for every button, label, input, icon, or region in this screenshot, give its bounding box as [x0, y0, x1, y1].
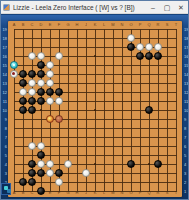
stone-black — [37, 169, 45, 177]
coord-label: 10 — [183, 106, 189, 115]
stone-black — [37, 70, 45, 78]
hoshi-point — [148, 163, 151, 166]
stone-black — [28, 97, 36, 105]
coord-label: 1 — [183, 187, 189, 196]
coord-label: P — [136, 190, 145, 195]
coord-label: J — [82, 190, 91, 195]
stone-black — [37, 97, 45, 105]
stone-white — [46, 79, 54, 87]
stone-white — [37, 160, 45, 168]
stone-white — [145, 43, 153, 51]
stone-white — [55, 97, 63, 105]
stone-white — [64, 160, 72, 168]
coord-label: 16 — [1, 52, 8, 61]
coord-label: T — [172, 190, 181, 195]
stone-white — [37, 142, 45, 150]
mini-panel-icon — [4, 186, 8, 190]
stone-white — [37, 52, 45, 60]
stone-white — [46, 61, 54, 69]
stone-white — [28, 88, 36, 96]
mini-panel[interactable] — [1, 183, 11, 195]
stone-black — [37, 151, 45, 159]
coord-label: 17 — [1, 43, 8, 52]
coord-label: 9 — [183, 115, 189, 124]
go-board[interactable]: ABCDEFGHJKLMNOPQRST ABCDEFGHJKLMNOPQRST — [8, 21, 182, 197]
stone-white — [37, 79, 45, 87]
coord-label: 8 — [183, 124, 189, 133]
coord-label: K — [91, 190, 100, 195]
coord-label: 18 — [183, 34, 189, 43]
coord-label: 12 — [183, 88, 189, 97]
coord-label: 11 — [183, 97, 189, 106]
stone-black — [28, 178, 36, 186]
stone-black — [28, 106, 36, 114]
hoshi-point — [94, 109, 97, 112]
coord-label: 5 — [1, 151, 8, 160]
stone-black — [55, 88, 63, 96]
coord-label: C — [28, 190, 37, 195]
stone-white — [55, 178, 63, 186]
stone-white — [154, 43, 162, 51]
coord-label: 18 — [1, 34, 8, 43]
lizzie-window: Lizzie - Leela Zero Interface ( [W] vs ?… — [0, 0, 189, 200]
best-move-marker — [10, 61, 18, 69]
coord-label: 12 — [1, 88, 8, 97]
coord-label: N — [118, 190, 127, 195]
app-icon — [3, 4, 10, 11]
stone-white — [46, 169, 54, 177]
coord-label: 16 — [183, 52, 189, 61]
stone-black — [19, 70, 27, 78]
stone-black — [46, 88, 54, 96]
coord-label: 4 — [183, 160, 189, 169]
stone-white — [46, 97, 54, 105]
board-surround: 19181716151413121110987654321 1918171615… — [1, 15, 189, 200]
stone-white — [28, 52, 36, 60]
stone-black — [19, 106, 27, 114]
coord-label: 14 — [1, 70, 8, 79]
row-labels-left: 19181716151413121110987654321 — [1, 25, 8, 196]
coord-label: G — [64, 190, 73, 195]
coord-label: L — [100, 190, 109, 195]
hoshi-point — [40, 109, 43, 112]
coord-label: R — [154, 190, 163, 195]
candidate-move-marker — [46, 115, 54, 123]
coord-label: 19 — [183, 25, 189, 34]
stone-white — [55, 52, 63, 60]
stone-white — [136, 43, 144, 51]
stone-black — [145, 52, 153, 60]
coord-label: 5 — [183, 151, 189, 160]
coord-label: 15 — [1, 61, 8, 70]
last-move-marker — [10, 70, 19, 79]
stone-black — [55, 169, 63, 177]
stone-white — [127, 34, 135, 42]
coord-label: 17 — [183, 43, 189, 52]
stone-white — [46, 70, 54, 78]
stone-black — [28, 169, 36, 177]
stone-black — [145, 106, 153, 114]
coord-label: F — [55, 190, 64, 195]
close-button[interactable]: ✕ — [174, 1, 188, 14]
stone-black — [28, 70, 36, 78]
stone-black — [37, 187, 45, 195]
stone-black — [37, 88, 45, 96]
coord-label: M — [109, 190, 118, 195]
coord-label: 6 — [1, 142, 8, 151]
coord-label: S — [163, 190, 172, 195]
coord-label: H — [73, 190, 82, 195]
stone-white — [82, 169, 90, 177]
stone-white — [28, 79, 36, 87]
window-title: Lizzie - Leela Zero Interface ( [W] vs ?… — [13, 1, 146, 14]
stone-white — [28, 142, 36, 150]
stone-black — [19, 79, 27, 87]
coord-label: 9 — [1, 115, 8, 124]
coord-label: 10 — [1, 106, 8, 115]
hoshi-point — [94, 55, 97, 58]
col-labels-bottom: ABCDEFGHJKLMNOPQRST — [10, 190, 181, 195]
coord-label: Q — [145, 190, 154, 195]
last-move-dot — [12, 72, 15, 75]
coord-label: 7 — [1, 133, 8, 142]
coord-label: 7 — [183, 133, 189, 142]
coord-label: 2 — [183, 178, 189, 187]
row-labels-right: 19181716151413121110987654321 — [183, 25, 189, 196]
stone-black — [37, 61, 45, 69]
title-bar: Lizzie - Leela Zero Interface ( [W] vs ?… — [1, 1, 188, 14]
coord-label: 19 — [1, 25, 8, 34]
coord-label: E — [46, 190, 55, 195]
coord-label: O — [127, 190, 136, 195]
stone-black — [19, 178, 27, 186]
stone-black — [154, 160, 162, 168]
coord-label: 13 — [1, 79, 8, 88]
board-grid[interactable] — [10, 25, 181, 196]
minimize-button[interactable]: – — [146, 1, 160, 14]
coord-label: 3 — [183, 169, 189, 178]
coord-label: 6 — [183, 142, 189, 151]
hoshi-point — [94, 163, 97, 166]
coord-label: 3 — [1, 169, 8, 178]
coord-label: 8 — [1, 124, 8, 133]
coord-label: 11 — [1, 97, 8, 106]
stone-black — [127, 160, 135, 168]
coord-label: 4 — [1, 160, 8, 169]
stone-black — [127, 43, 135, 51]
coord-label: B — [19, 190, 28, 195]
coord-label: 14 — [183, 70, 189, 79]
stone-white — [46, 160, 54, 168]
stone-white — [19, 88, 27, 96]
stone-black — [136, 52, 144, 60]
coord-label: 13 — [183, 79, 189, 88]
coord-label: 15 — [183, 61, 189, 70]
stone-black — [154, 52, 162, 60]
maximize-button[interactable]: ▢ — [160, 1, 174, 14]
stone-black — [28, 160, 36, 168]
stone-black — [19, 97, 27, 105]
candidate-move-marker — [55, 115, 63, 123]
